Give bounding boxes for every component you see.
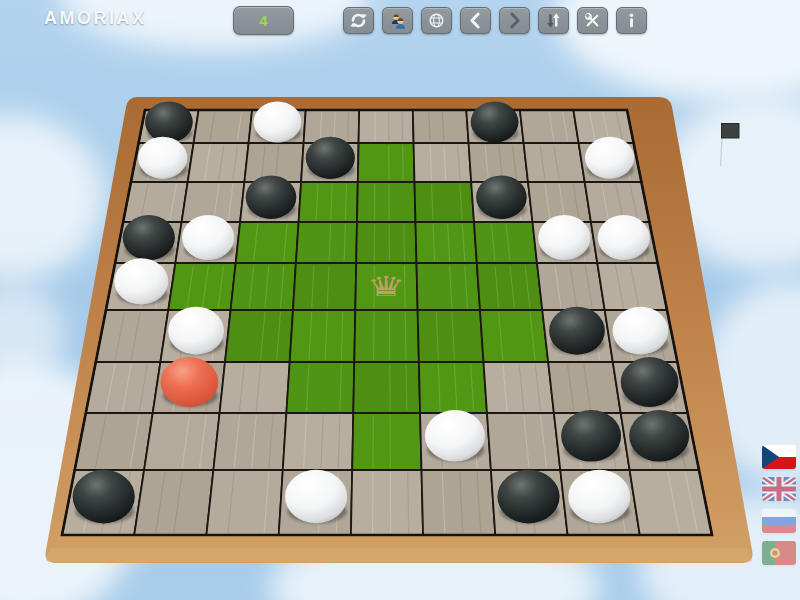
- board-cell[interactable]: [597, 263, 667, 310]
- language-flags: [762, 445, 796, 573]
- board-cell[interactable]: [413, 110, 469, 143]
- piece-white[interactable]: [598, 215, 650, 260]
- board-cell[interactable]: [225, 310, 293, 362]
- board-cell[interactable]: [220, 362, 290, 413]
- piece-black[interactable]: [246, 175, 297, 219]
- board-cell[interactable]: [484, 362, 554, 413]
- board-cell[interactable]: [422, 470, 496, 535]
- piece-black[interactable]: [621, 357, 679, 407]
- board-cell[interactable]: [293, 263, 356, 310]
- piece-white[interactable]: [182, 215, 234, 260]
- board-cell[interactable]: [419, 362, 487, 413]
- board-cell[interactable]: [414, 143, 472, 182]
- board-cell[interactable]: [477, 263, 543, 310]
- board-cell[interactable]: [354, 310, 419, 362]
- board-cell[interactable]: [299, 182, 358, 222]
- piece-black[interactable]: [497, 470, 559, 524]
- board-cell[interactable]: [236, 222, 299, 263]
- piece-black[interactable]: [476, 175, 527, 219]
- board-cell[interactable]: [283, 413, 354, 470]
- piece-black[interactable]: [471, 102, 519, 143]
- back-button[interactable]: [460, 7, 491, 34]
- refresh-icon: [349, 11, 368, 30]
- flag-portuguese[interactable]: [762, 541, 796, 565]
- board-cell[interactable]: [356, 222, 416, 263]
- board-cell[interactable]: [290, 310, 356, 362]
- chevron-right-icon: [505, 11, 524, 30]
- piece-white[interactable]: [585, 137, 634, 179]
- piece-white[interactable]: [425, 410, 485, 462]
- board-cell[interactable]: [352, 413, 421, 470]
- piece-black[interactable]: [145, 102, 193, 143]
- game-board: ♛: [0, 0, 800, 600]
- crown-icon: ♛: [366, 270, 406, 303]
- piece-white[interactable]: [538, 215, 590, 260]
- forward-button[interactable]: [499, 7, 530, 34]
- board-cell[interactable]: [206, 470, 282, 535]
- board-cell[interactable]: [194, 110, 253, 143]
- board-cell[interactable]: [296, 222, 357, 263]
- tools-icon: [583, 11, 602, 30]
- move-counter-value: 4: [259, 12, 267, 29]
- board-cell[interactable]: [213, 413, 286, 470]
- board-cell[interactable]: [418, 310, 484, 362]
- board-cell[interactable]: [358, 143, 415, 182]
- board-cell[interactable]: [144, 413, 220, 470]
- board-cell[interactable]: [417, 263, 481, 310]
- piece-black[interactable]: [123, 215, 175, 260]
- board-cell[interactable]: [357, 182, 416, 222]
- info-button[interactable]: [616, 7, 647, 34]
- globe-button[interactable]: [421, 7, 452, 34]
- app-title: AMORIAX: [44, 8, 147, 29]
- info-icon: [622, 11, 641, 30]
- move-counter: 4: [233, 6, 294, 35]
- board-cell[interactable]: [474, 222, 537, 263]
- game-screen: ♛: [0, 0, 800, 600]
- board-cell[interactable]: [480, 310, 548, 362]
- settings-button[interactable]: [577, 7, 608, 34]
- piece-white[interactable]: [568, 470, 630, 524]
- piece-white[interactable]: [254, 102, 302, 143]
- board-cell[interactable]: [75, 413, 153, 470]
- flag-english-uk[interactable]: [762, 477, 796, 501]
- board-cell[interactable]: [415, 182, 475, 222]
- piece-white[interactable]: [168, 307, 224, 355]
- piece-black[interactable]: [306, 137, 355, 179]
- moves-button[interactable]: [538, 7, 569, 34]
- piece-black[interactable]: [73, 470, 135, 524]
- svg-text:♛: ♛: [366, 270, 406, 303]
- piece-black[interactable]: [561, 410, 621, 462]
- two-players-icon: [388, 11, 408, 30]
- piece-white[interactable]: [138, 137, 187, 179]
- board-cell[interactable]: [416, 222, 477, 263]
- chevron-left-icon: [466, 11, 485, 30]
- board-cell[interactable]: [353, 362, 420, 413]
- board-cell[interactable]: [286, 362, 354, 413]
- board-cell[interactable]: [487, 413, 560, 470]
- toolbar: [343, 7, 647, 34]
- board-cell[interactable]: [231, 263, 296, 310]
- up-down-arrows-icon: [544, 11, 563, 30]
- flag-czech[interactable]: [762, 445, 796, 469]
- board-cell[interactable]: [359, 110, 414, 143]
- piece-black[interactable]: [629, 410, 689, 462]
- flag-russian[interactable]: [762, 509, 796, 533]
- globe-icon: [427, 11, 446, 30]
- piece-red[interactable]: [161, 357, 219, 407]
- players-button[interactable]: [382, 7, 413, 34]
- piece-white[interactable]: [285, 470, 347, 524]
- refresh-button[interactable]: [343, 7, 374, 34]
- flag-marker: [721, 124, 740, 167]
- piece-white[interactable]: [613, 307, 669, 355]
- piece-black[interactable]: [549, 307, 605, 355]
- board-cell[interactable]: [168, 263, 235, 310]
- piece-white[interactable]: [114, 258, 168, 304]
- board-cell[interactable]: [134, 470, 213, 535]
- board-cell[interactable]: [351, 470, 423, 535]
- board-cell[interactable]: [188, 143, 249, 182]
